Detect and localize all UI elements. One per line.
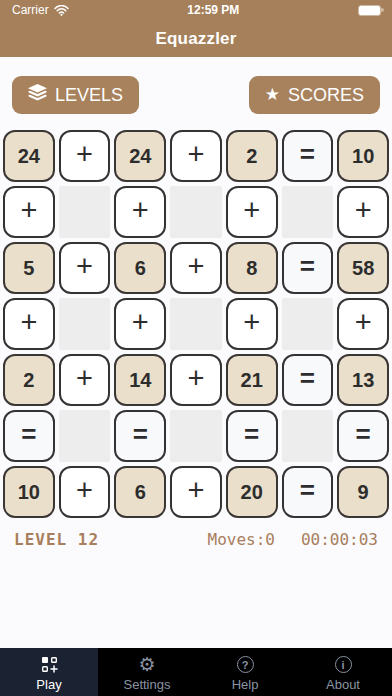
timer: 00:00:03 [301, 530, 378, 549]
tab-play-label: Play [36, 677, 61, 692]
info-icon: i [335, 654, 352, 675]
scores-button[interactable]: ★ SCORES [249, 76, 380, 114]
cell-r1c7[interactable]: 10 [337, 130, 389, 182]
cell-r7c2[interactable]: + [59, 466, 111, 518]
cell-r3c4[interactable]: + [170, 242, 222, 294]
navigation-bar: Equazzler [0, 20, 392, 57]
gear-icon: ⚙ [138, 654, 155, 675]
cell-r4c7[interactable]: + [337, 298, 389, 350]
cell-r5c5[interactable]: 21 [226, 354, 278, 406]
tab-about-label: About [326, 677, 360, 692]
cell-r4c6 [282, 298, 334, 350]
cell-r5c7[interactable]: 13 [337, 354, 389, 406]
cell-r5c4[interactable]: + [170, 354, 222, 406]
cell-r3c3[interactable]: 6 [114, 242, 166, 294]
levels-button-label: LEVELS [55, 85, 123, 106]
cell-r6c4 [170, 410, 222, 462]
cell-r4c4 [170, 298, 222, 350]
star-icon: ★ [265, 86, 280, 103]
cell-r5c2[interactable]: + [59, 354, 111, 406]
cell-r7c1[interactable]: 10 [3, 466, 55, 518]
cell-r6c7[interactable]: = [337, 410, 389, 462]
tab-about[interactable]: i About [294, 648, 392, 696]
layers-icon [28, 84, 47, 106]
levels-button[interactable]: LEVELS [12, 76, 139, 114]
cell-r4c5[interactable]: + [226, 298, 278, 350]
cell-r3c6[interactable]: = [282, 242, 334, 294]
cell-r2c6 [282, 186, 334, 238]
cell-r5c3[interactable]: 14 [114, 354, 166, 406]
cell-r6c2 [59, 410, 111, 462]
tab-play[interactable]: Play [0, 648, 98, 696]
tab-help-label: Help [232, 677, 259, 692]
cell-r1c2[interactable]: + [59, 130, 111, 182]
tab-bar: Play ⚙ Settings ? Help i About [0, 648, 392, 696]
help-icon: ? [237, 654, 254, 675]
cell-r6c1[interactable]: = [3, 410, 55, 462]
tab-settings[interactable]: ⚙ Settings [98, 648, 196, 696]
app-window: Carrier 12:59 PM Equazzler [0, 0, 392, 696]
wifi-icon [54, 5, 69, 16]
cell-r6c6 [282, 410, 334, 462]
cell-r7c4[interactable]: + [170, 466, 222, 518]
cell-r3c2[interactable]: + [59, 242, 111, 294]
status-line: LEVEL 12 Moves:0 00:00:03 [0, 518, 392, 549]
cell-r2c2 [59, 186, 111, 238]
cell-r1c6[interactable]: = [282, 130, 334, 182]
cell-r1c3[interactable]: 24 [114, 130, 166, 182]
cell-r3c1[interactable]: 5 [3, 242, 55, 294]
play-grid-icon [41, 654, 58, 675]
main-content: LEVELS ★ SCORES 24+24+2=10++++5+6+8=58++… [0, 57, 392, 648]
puzzle-grid: 24+24+2=10++++5+6+8=58++++2+14+21=13====… [0, 130, 392, 518]
cell-r6c5[interactable]: = [226, 410, 278, 462]
cell-r3c7[interactable]: 58 [337, 242, 389, 294]
battery-icon [358, 5, 381, 16]
cell-r4c2 [59, 298, 111, 350]
toolbar: LEVELS ★ SCORES [0, 57, 392, 114]
cell-r7c3[interactable]: 6 [114, 466, 166, 518]
tab-help[interactable]: ? Help [196, 648, 294, 696]
cell-r7c5[interactable]: 20 [226, 466, 278, 518]
cell-r6c3[interactable]: = [114, 410, 166, 462]
cell-r5c1[interactable]: 2 [3, 354, 55, 406]
cell-r7c6[interactable]: = [282, 466, 334, 518]
moves-counter: Moves:0 [208, 530, 275, 549]
status-bar: Carrier 12:59 PM [0, 0, 392, 20]
cell-r4c3[interactable]: + [114, 298, 166, 350]
clock-label: 12:59 PM [187, 3, 239, 17]
tab-settings-label: Settings [124, 677, 171, 692]
carrier-label: Carrier [12, 3, 49, 17]
cell-r5c6[interactable]: = [282, 354, 334, 406]
cell-r4c1[interactable]: + [3, 298, 55, 350]
cell-r2c1[interactable]: + [3, 186, 55, 238]
cell-r3c5[interactable]: 8 [226, 242, 278, 294]
cell-r1c5[interactable]: 2 [226, 130, 278, 182]
page-title: Equazzler [155, 29, 236, 49]
cell-r2c7[interactable]: + [337, 186, 389, 238]
scores-button-label: SCORES [288, 85, 364, 106]
cell-r2c5[interactable]: + [226, 186, 278, 238]
cell-r7c7[interactable]: 9 [337, 466, 389, 518]
cell-r1c1[interactable]: 24 [3, 130, 55, 182]
cell-r1c4[interactable]: + [170, 130, 222, 182]
cell-r2c3[interactable]: + [114, 186, 166, 238]
level-indicator: LEVEL 12 [14, 530, 99, 549]
cell-r2c4 [170, 186, 222, 238]
